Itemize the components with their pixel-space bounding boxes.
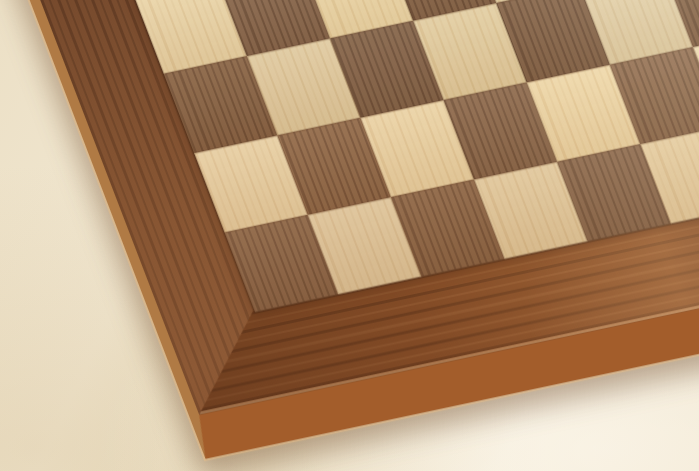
photo-stage — [0, 0, 699, 471]
